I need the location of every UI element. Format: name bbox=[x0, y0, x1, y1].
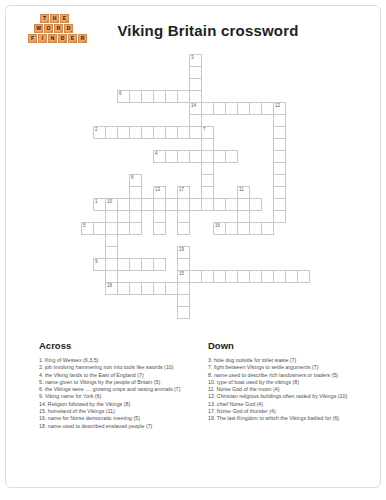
tile-point-value: 1 bbox=[45, 40, 46, 43]
across-clue-list: 1. King of Wessex (6,3,5)2. job involvin… bbox=[39, 357, 201, 430]
letter-tile-f: F4 bbox=[28, 34, 37, 43]
clue-number-18: 18 bbox=[107, 283, 112, 288]
clue-number-4: 4 bbox=[155, 151, 158, 156]
clue-number-8: 8 bbox=[131, 175, 134, 180]
across-clue-6: 14. Religion followed by the Vikings (8) bbox=[39, 401, 201, 408]
page: { "game": "crossword", "title": "Viking … bbox=[0, 0, 386, 500]
grid-cell-4-14[interactable] bbox=[129, 222, 142, 235]
grid-cell-14-12[interactable] bbox=[249, 198, 262, 211]
clue-number-7: 7 bbox=[203, 127, 206, 132]
tile-letter: T bbox=[43, 16, 46, 21]
clue-number-14: 14 bbox=[191, 103, 196, 108]
clue-number-19: 19 bbox=[179, 247, 184, 252]
down-clue-7: 17. Norse God of thunder (4) bbox=[208, 408, 380, 415]
clue-number-12: 12 bbox=[275, 103, 280, 108]
letter-tile-w: W4 bbox=[34, 24, 43, 33]
down-clues-section: Down 3. hole dug outside for toilet wast… bbox=[208, 340, 380, 423]
clue-number-1: 1 bbox=[95, 199, 98, 204]
down-clue-5: 12. Christian religious buildings often … bbox=[208, 393, 380, 400]
clue-number-6: 6 bbox=[119, 91, 122, 96]
across-clue-9: 18. name used to described enslaved peop… bbox=[39, 423, 201, 430]
across-clue-1: 2. job involving hammering iron into too… bbox=[39, 364, 201, 371]
down-header: Down bbox=[208, 340, 380, 351]
down-clue-6: 13. chief Norse God (4) bbox=[208, 401, 380, 408]
grid-cell-6-14[interactable] bbox=[153, 222, 166, 235]
worksheet-page: T1H4E1W4O1R1D2F4I1N1D2E1R1 Viking Britai… bbox=[5, 5, 381, 488]
grid-cell-6-17[interactable] bbox=[153, 258, 166, 271]
grid-cell-15-14[interactable] bbox=[261, 222, 274, 235]
tile-point-value: 1 bbox=[55, 40, 56, 43]
down-clue-0: 3. hole dug outside for toilet waste (7) bbox=[208, 357, 380, 364]
tile-point-value: 1 bbox=[85, 40, 86, 43]
down-clue-1: 7. fight between Vikings to settle argum… bbox=[208, 364, 380, 371]
tile-point-value: 2 bbox=[65, 40, 66, 43]
across-clue-2: 4. the Viking lands to the East of Engla… bbox=[39, 372, 201, 379]
grid-cell-12-8[interactable] bbox=[225, 150, 238, 163]
tile-letter: F bbox=[31, 36, 34, 41]
down-clue-8: 19. The last Kingdom to which the Viking… bbox=[208, 415, 380, 422]
across-clues-section: Across 1. King of Wessex (6,3,5)2. job i… bbox=[39, 340, 201, 430]
down-clue-2: 8. name used to describe rich landowners… bbox=[208, 372, 380, 379]
page-title: Viking Britain crossword bbox=[46, 22, 370, 39]
across-clue-0: 1. King of Wessex (6,3,5) bbox=[39, 357, 201, 364]
tile-point-value: 4 bbox=[35, 40, 36, 43]
across-clue-7: 15. homeland of the Vikings (11) bbox=[39, 408, 201, 415]
grid-cell-8-14[interactable] bbox=[177, 222, 190, 235]
clue-number-11: 11 bbox=[239, 187, 244, 192]
across-clue-3: 5. name given to Vikings by the people o… bbox=[39, 379, 201, 386]
down-clue-list: 3. hole dug outside for toilet waste (7)… bbox=[208, 357, 380, 423]
down-clue-3: 10. type of boat used by the vikings (8) bbox=[208, 379, 380, 386]
clue-number-16: 16 bbox=[215, 223, 220, 228]
across-clue-8: 16. name for Norse democratic meeting (5… bbox=[39, 415, 201, 422]
grid-cell-8-21[interactable] bbox=[177, 306, 190, 319]
clue-number-10: 10 bbox=[107, 199, 112, 204]
across-clue-5: 9. Viking name for York (6) bbox=[39, 393, 201, 400]
clue-number-15: 15 bbox=[179, 271, 184, 276]
grid-cell-16-13[interactable] bbox=[273, 210, 286, 223]
clue-number-2: 2 bbox=[95, 127, 98, 132]
clue-number-9: 9 bbox=[95, 259, 98, 264]
across-header: Across bbox=[39, 340, 201, 351]
down-clue-4: 11. Norse God of the moon (4) bbox=[208, 386, 380, 393]
tile-letter: I bbox=[42, 36, 43, 41]
clue-number-3: 3 bbox=[191, 55, 194, 60]
tile-point-value: 4 bbox=[41, 30, 42, 33]
clue-number-5: 5 bbox=[83, 223, 86, 228]
tile-point-value: 1 bbox=[75, 40, 76, 43]
clue-number-13: 13 bbox=[155, 187, 160, 192]
grid-cell-18-18[interactable] bbox=[297, 270, 310, 283]
across-clue-4: 6. the Vikings were .... growing crops a… bbox=[39, 386, 201, 393]
clue-number-17: 17 bbox=[179, 187, 184, 192]
crossword-grid: 36141227481317111105161991518 bbox=[81, 54, 310, 319]
